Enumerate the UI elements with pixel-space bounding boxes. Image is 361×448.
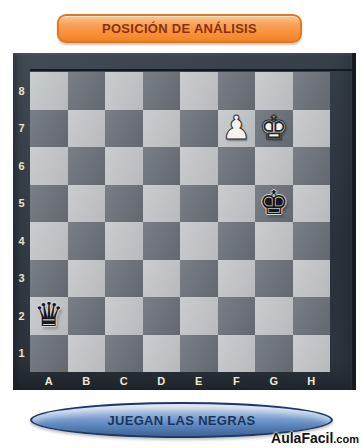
rank-labels: 87654321 [13, 72, 30, 372]
square-d1 [143, 335, 181, 373]
square-d3 [143, 260, 181, 298]
square-c7 [105, 110, 143, 148]
square-b6 [68, 147, 106, 185]
square-f7: ♟ [218, 110, 256, 148]
rank-label-8: 8 [13, 72, 30, 110]
square-h4 [293, 222, 331, 260]
square-h3 [293, 260, 331, 298]
brand-name: AulaFacil [271, 430, 333, 446]
square-e5 [180, 185, 218, 223]
square-g1 [255, 335, 293, 373]
square-f3 [218, 260, 256, 298]
square-a5 [30, 185, 68, 223]
white-king-piece: ♚ [259, 111, 289, 144]
square-f5 [218, 185, 256, 223]
square-a2: ♛ [30, 297, 68, 335]
turn-indicator-label: JUEGAN LAS NEGRAS [107, 413, 255, 428]
square-f6 [218, 147, 256, 185]
brand-watermark: AulaFacil.com [271, 429, 359, 447]
square-e2 [180, 297, 218, 335]
square-g5: ♚ [255, 185, 293, 223]
square-a4 [30, 222, 68, 260]
square-b7 [68, 110, 106, 148]
square-e8 [180, 72, 218, 110]
square-c8 [105, 72, 143, 110]
square-b5 [68, 185, 106, 223]
analysis-title-banner: POSICIÓN DE ANÁLISIS [57, 14, 302, 43]
rank-label-5: 5 [13, 185, 30, 223]
square-a6 [30, 147, 68, 185]
square-d4 [143, 222, 181, 260]
square-e4 [180, 222, 218, 260]
square-f1 [218, 335, 256, 373]
file-label-c: C [105, 372, 143, 390]
square-e3 [180, 260, 218, 298]
board-top-divider [30, 69, 352, 71]
square-c6 [105, 147, 143, 185]
square-g6 [255, 147, 293, 185]
rank-label-3: 3 [13, 260, 30, 298]
rank-label-1: 1 [13, 335, 30, 373]
square-a7 [30, 110, 68, 148]
file-label-e: E [180, 372, 218, 390]
square-a8 [30, 72, 68, 110]
square-b2 [68, 297, 106, 335]
square-b1 [68, 335, 106, 373]
square-d2 [143, 297, 181, 335]
file-label-h: H [293, 372, 331, 390]
rank-label-7: 7 [13, 110, 30, 148]
rank-label-6: 6 [13, 147, 30, 185]
board-grid: ♟♚♚♛ [30, 72, 330, 372]
square-g4 [255, 222, 293, 260]
square-d8 [143, 72, 181, 110]
square-g8 [255, 72, 293, 110]
analysis-title-label: POSICIÓN DE ANÁLISIS [102, 21, 257, 36]
square-g7: ♚ [255, 110, 293, 148]
square-d6 [143, 147, 181, 185]
file-label-f: F [218, 372, 256, 390]
square-e1 [180, 335, 218, 373]
square-f4 [218, 222, 256, 260]
square-g2 [255, 297, 293, 335]
white-pawn-piece: ♟ [221, 111, 251, 144]
square-e7 [180, 110, 218, 148]
file-label-g: G [255, 372, 293, 390]
square-f8 [218, 72, 256, 110]
rank-label-2: 2 [13, 297, 30, 335]
square-c4 [105, 222, 143, 260]
chess-board-frame: 87654321 ♟♚♚♛ ABCDEFGH [13, 53, 356, 390]
file-labels: ABCDEFGH [30, 372, 330, 390]
square-c1 [105, 335, 143, 373]
square-h7 [293, 110, 331, 148]
square-h8 [293, 72, 331, 110]
square-c2 [105, 297, 143, 335]
square-h5 [293, 185, 331, 223]
square-h2 [293, 297, 331, 335]
square-e6 [180, 147, 218, 185]
file-label-a: A [30, 372, 68, 390]
square-h6 [293, 147, 331, 185]
file-label-d: D [143, 372, 181, 390]
brand-suffix: .com [333, 433, 359, 445]
black-queen-piece: ♛ [34, 298, 64, 331]
square-a1 [30, 335, 68, 373]
square-b4 [68, 222, 106, 260]
square-d7 [143, 110, 181, 148]
square-h1 [293, 335, 331, 373]
square-c3 [105, 260, 143, 298]
square-d5 [143, 185, 181, 223]
square-b3 [68, 260, 106, 298]
square-a3 [30, 260, 68, 298]
file-label-b: B [68, 372, 106, 390]
rank-label-4: 4 [13, 222, 30, 260]
square-f2 [218, 297, 256, 335]
square-g3 [255, 260, 293, 298]
black-king-piece: ♚ [259, 186, 289, 219]
square-b8 [68, 72, 106, 110]
square-c5 [105, 185, 143, 223]
